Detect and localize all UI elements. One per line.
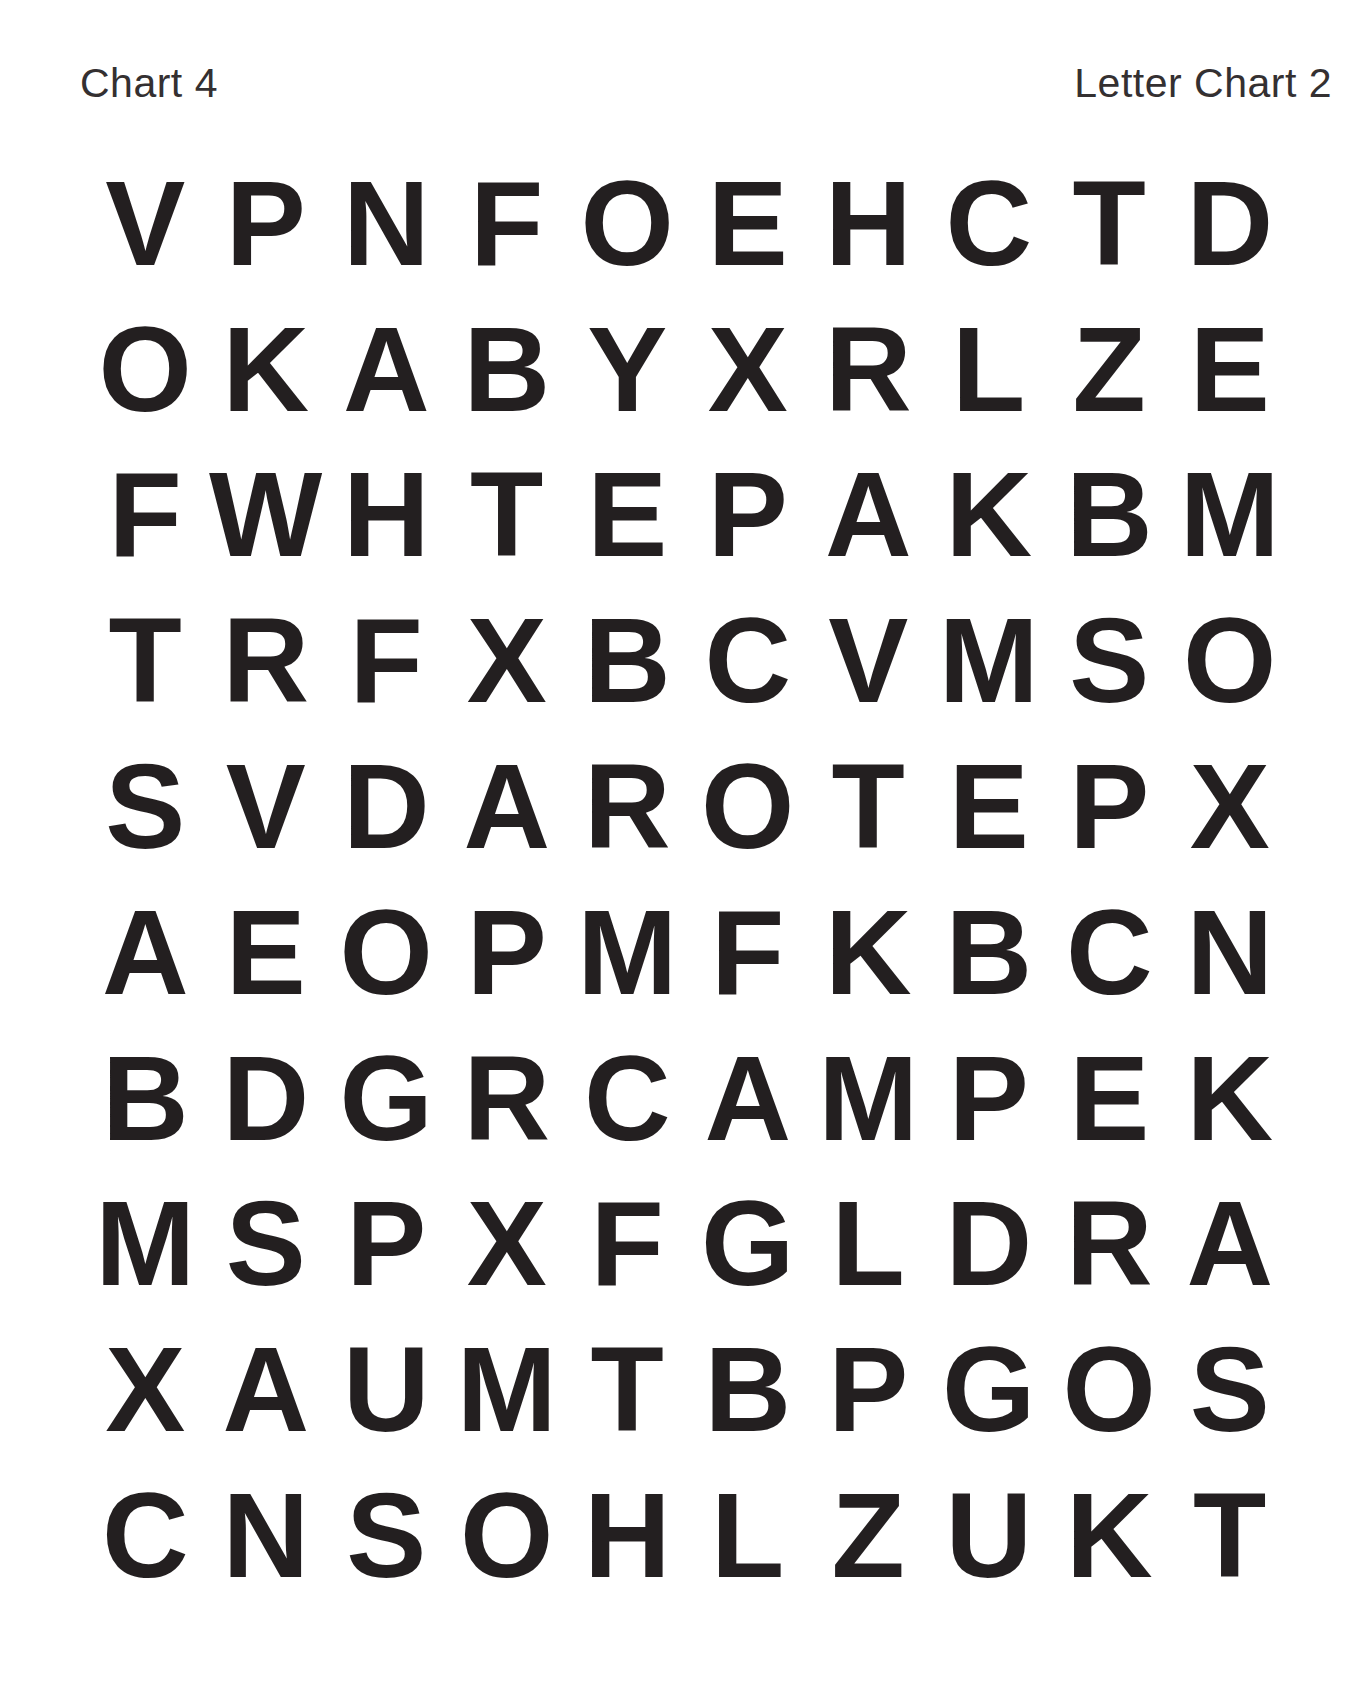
grid-cell-r7c9: E xyxy=(1069,1038,1149,1158)
grid-cell-r9c8: G xyxy=(942,1329,1035,1449)
grid-cell-r10c1: C xyxy=(102,1475,189,1595)
grid-cell-r3c1: F xyxy=(109,454,182,574)
grid-cell-r3c6: P xyxy=(708,454,788,574)
grid-cell-r8c8: D xyxy=(945,1183,1032,1303)
grid-cell-r4c1: T xyxy=(109,600,182,720)
grid-cell-r10c9: K xyxy=(1066,1475,1153,1595)
grid-cell-r7c5: C xyxy=(584,1038,671,1158)
grid-cell-r2c4: B xyxy=(463,309,550,429)
grid-cell-r6c2: E xyxy=(226,892,306,1012)
grid-cell-r6c9: C xyxy=(1066,892,1153,1012)
grid-cell-r3c8: K xyxy=(945,454,1032,574)
grid-cell-r8c9: R xyxy=(1066,1183,1153,1303)
grid-cell-r10c6: L xyxy=(711,1475,784,1595)
grid-cell-r6c7: K xyxy=(825,892,912,1012)
grid-cell-r10c2: N xyxy=(222,1475,309,1595)
grid-cell-r7c1: B xyxy=(102,1038,189,1158)
grid-cell-r1c4: F xyxy=(470,163,543,283)
grid-cell-r8c7: L xyxy=(832,1183,905,1303)
grid-cell-r3c3: H xyxy=(343,454,430,574)
chart-title-label: Letter Chart 2 xyxy=(1074,62,1332,105)
grid-cell-r4c10: O xyxy=(1183,600,1276,720)
grid-cell-r2c1: O xyxy=(99,309,192,429)
grid-cell-r1c5: O xyxy=(581,163,674,283)
grid-cell-r6c6: F xyxy=(711,892,784,1012)
grid-cell-r9c2: A xyxy=(222,1329,309,1449)
grid-cell-r6c4: P xyxy=(467,892,547,1012)
grid-cell-r4c7: V xyxy=(828,600,908,720)
grid-cell-r2c5: Y xyxy=(587,309,667,429)
grid-cell-r7c4: R xyxy=(463,1038,550,1158)
grid-cell-r8c1: M xyxy=(95,1183,195,1303)
grid-cell-r10c4: O xyxy=(460,1475,553,1595)
grid-cell-r1c1: V xyxy=(105,163,185,283)
grid-cell-r2c3: A xyxy=(343,309,430,429)
grid-cell-r5c8: E xyxy=(949,746,1029,866)
grid-cell-r9c10: S xyxy=(1190,1329,1270,1449)
grid-cell-r7c6: A xyxy=(704,1038,791,1158)
grid-cell-r5c6: O xyxy=(701,746,794,866)
grid-cell-r5c7: T xyxy=(832,746,905,866)
grid-cell-r1c9: T xyxy=(1073,163,1146,283)
grid-cell-r3c9: B xyxy=(1066,454,1153,574)
grid-cell-r7c7: M xyxy=(818,1038,918,1158)
grid-cell-r9c7: P xyxy=(828,1329,908,1449)
grid-cell-r1c8: C xyxy=(945,163,1032,283)
grid-cell-r5c2: V xyxy=(226,746,306,866)
grid-cell-r6c10: N xyxy=(1186,892,1273,1012)
grid-cell-r10c5: H xyxy=(584,1475,671,1595)
grid-cell-r10c8: U xyxy=(945,1475,1032,1595)
grid-cell-r8c2: S xyxy=(226,1183,306,1303)
grid-cell-r9c3: U xyxy=(343,1329,430,1449)
grid-cell-r8c3: P xyxy=(346,1183,426,1303)
grid-cell-r1c3: N xyxy=(343,163,430,283)
chart-header: Chart 4 Letter Chart 2 xyxy=(80,62,1332,105)
grid-cell-r8c10: A xyxy=(1186,1183,1273,1303)
grid-cell-r5c1: S xyxy=(105,746,185,866)
grid-cell-r2c2: K xyxy=(222,309,309,429)
grid-cell-r2c9: Z xyxy=(1073,309,1146,429)
grid-cell-r10c10: T xyxy=(1193,1475,1266,1595)
grid-cell-r9c9: O xyxy=(1063,1329,1156,1449)
grid-cell-r8c4: X xyxy=(467,1183,547,1303)
grid-cell-r2c8: L xyxy=(952,309,1025,429)
grid-cell-r9c5: T xyxy=(591,1329,664,1449)
grid-cell-r3c5: E xyxy=(587,454,667,574)
grid-cell-r9c4: M xyxy=(457,1329,557,1449)
grid-cell-r4c3: F xyxy=(350,600,423,720)
grid-cell-r4c8: M xyxy=(939,600,1039,720)
grid-cell-r6c3: O xyxy=(340,892,433,1012)
grid-cell-r3c7: A xyxy=(825,454,912,574)
grid-cell-r6c8: B xyxy=(945,892,1032,1012)
grid-cell-r3c4: T xyxy=(470,454,543,574)
grid-cell-r7c2: D xyxy=(222,1038,309,1158)
grid-cell-r7c10: K xyxy=(1186,1038,1273,1158)
grid-cell-r9c1: X xyxy=(105,1329,185,1449)
grid-cell-r7c8: P xyxy=(949,1038,1029,1158)
grid-cell-r2c6: X xyxy=(708,309,788,429)
grid-cell-r5c10: X xyxy=(1190,746,1270,866)
grid-cell-r3c10: M xyxy=(1180,454,1280,574)
grid-cell-r1c7: H xyxy=(825,163,912,283)
grid-cell-r3c2: W xyxy=(209,454,322,574)
grid-cell-r1c6: E xyxy=(708,163,788,283)
grid-cell-r5c9: P xyxy=(1069,746,1149,866)
grid-cell-r4c6: C xyxy=(704,600,791,720)
grid-cell-r8c6: G xyxy=(701,1183,794,1303)
grid-cell-r8c5: F xyxy=(591,1183,664,1303)
grid-cell-r5c3: D xyxy=(343,746,430,866)
grid-cell-r1c2: P xyxy=(226,163,306,283)
letter-chart-page: Chart 4 Letter Chart 2 VPNFOEHCTDOKABYXR… xyxy=(0,0,1367,1700)
grid-cell-r9c6: B xyxy=(704,1329,791,1449)
grid-cell-r7c3: G xyxy=(340,1038,433,1158)
grid-cell-r10c3: S xyxy=(346,1475,426,1595)
grid-cell-r4c2: R xyxy=(222,600,309,720)
grid-cell-r5c5: R xyxy=(584,746,671,866)
grid-cell-r6c5: M xyxy=(577,892,677,1012)
grid-cell-r4c4: X xyxy=(467,600,547,720)
grid-cell-r2c7: R xyxy=(825,309,912,429)
grid-cell-r6c1: A xyxy=(102,892,189,1012)
chart-number-label: Chart 4 xyxy=(80,62,218,105)
grid-cell-r4c9: S xyxy=(1069,600,1149,720)
grid-cell-r2c10: E xyxy=(1190,309,1270,429)
grid-cell-r10c7: Z xyxy=(832,1475,905,1595)
grid-cell-r5c4: A xyxy=(463,746,550,866)
grid-cell-r4c5: B xyxy=(584,600,671,720)
grid-cell-r1c10: D xyxy=(1186,163,1273,283)
letter-grid: VPNFOEHCTDOKABYXRLZEFWHTEPAKBMTRFXBCVMSO… xyxy=(85,150,1290,1608)
